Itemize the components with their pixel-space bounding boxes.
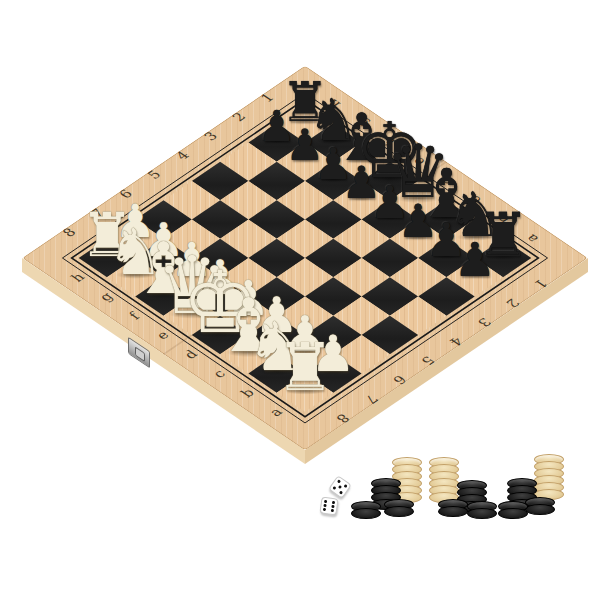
checker-stack-black <box>384 499 414 517</box>
checker-disc <box>438 506 468 517</box>
checker-stack-black <box>498 501 528 519</box>
die-pip <box>330 508 333 511</box>
die-showing-6 <box>319 496 338 515</box>
checker-stack-cream <box>534 454 564 500</box>
checker-disc <box>525 504 555 515</box>
checker-stack-cream <box>429 457 459 503</box>
checker-stack-black <box>438 499 468 517</box>
checker-disc <box>467 508 497 519</box>
checker-stack-black <box>351 501 381 519</box>
checker-disc <box>498 508 528 519</box>
die-showing-5 <box>328 475 352 499</box>
checker-stack-black <box>467 501 497 519</box>
chess-set-product-photo: hgfedcba hgfedcba 12345678 12345678 ♜♞♝♛… <box>0 0 600 600</box>
accessories <box>0 0 600 600</box>
checker-stack-black <box>525 497 555 515</box>
die-pip <box>331 505 334 508</box>
checker-disc <box>351 508 381 519</box>
checker-disc <box>384 506 414 517</box>
